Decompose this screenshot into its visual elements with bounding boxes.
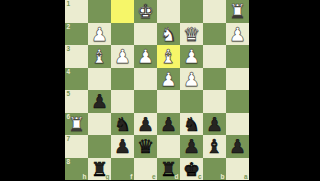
rank-label-4: 4	[67, 68, 71, 76]
square-c1[interactable]	[180, 0, 203, 23]
file-label-b: b	[221, 173, 225, 180]
square-g3[interactable]: ♝	[88, 45, 111, 68]
rank-label-5: 5	[67, 90, 71, 98]
square-a6[interactable]	[226, 113, 249, 136]
square-f1[interactable]	[111, 0, 134, 23]
black-rook-d8[interactable]: ♜	[157, 158, 180, 181]
white-pawn-e3[interactable]: ♟	[134, 45, 157, 68]
square-e7[interactable]: ♛	[134, 135, 157, 158]
rank-label-8: 8	[67, 158, 71, 166]
square-f5[interactable]	[111, 90, 134, 113]
square-a1[interactable]: ♜	[226, 0, 249, 23]
square-b6[interactable]: ♟	[203, 113, 226, 136]
black-pawn-f7[interactable]: ♟	[111, 135, 134, 158]
square-a2[interactable]: ♟	[226, 23, 249, 46]
square-a5[interactable]	[226, 90, 249, 113]
white-knight-d2[interactable]: ♞	[157, 23, 180, 46]
letterbox-right	[249, 0, 320, 180]
square-h8[interactable]: 8h	[65, 158, 88, 181]
square-c2[interactable]: ♛	[180, 23, 203, 46]
file-label-a: a	[244, 173, 248, 180]
black-knight-f6[interactable]: ♞	[111, 113, 134, 136]
square-d8[interactable]: d♜	[157, 158, 180, 181]
black-pawn-c7[interactable]: ♟	[180, 135, 203, 158]
square-d4[interactable]: ♟	[157, 68, 180, 91]
square-f4[interactable]	[111, 68, 134, 91]
black-knight-c6[interactable]: ♞	[180, 113, 203, 136]
square-c6[interactable]: ♞	[180, 113, 203, 136]
black-rook-g8[interactable]: ♜	[88, 158, 111, 181]
square-g6[interactable]	[88, 113, 111, 136]
square-c4[interactable]: ♟	[180, 68, 203, 91]
white-pawn-f3[interactable]: ♟	[111, 45, 134, 68]
square-e3[interactable]: ♟	[134, 45, 157, 68]
square-e2[interactable]	[134, 23, 157, 46]
square-d3[interactable]: ♝	[157, 45, 180, 68]
square-e8[interactable]: e	[134, 158, 157, 181]
square-h3[interactable]: 3	[65, 45, 88, 68]
letterbox-left	[0, 0, 65, 180]
file-label-h: h	[83, 173, 87, 180]
square-c7[interactable]: ♟	[180, 135, 203, 158]
white-bishop-g3[interactable]: ♝	[88, 45, 111, 68]
black-pawn-e6[interactable]: ♟	[134, 113, 157, 136]
square-d1[interactable]	[157, 0, 180, 23]
square-c8[interactable]: c♚	[180, 158, 203, 181]
square-h2[interactable]: 2	[65, 23, 88, 46]
square-h1[interactable]: 1	[65, 0, 88, 23]
video-frame: 1♚♜2♟♞♛♟3♝♟♟♝♟4♟♟5♟6♜♞♟♟♞♟7♟♛♟♝♟8hg♜fed♜…	[0, 0, 320, 180]
square-b3[interactable]	[203, 45, 226, 68]
square-g2[interactable]: ♟	[88, 23, 111, 46]
square-b4[interactable]	[203, 68, 226, 91]
square-f6[interactable]: ♞	[111, 113, 134, 136]
white-bishop-d3[interactable]: ♝	[157, 45, 180, 68]
square-d6[interactable]: ♟	[157, 113, 180, 136]
square-f8[interactable]: f	[111, 158, 134, 181]
square-f3[interactable]: ♟	[111, 45, 134, 68]
square-a3[interactable]	[226, 45, 249, 68]
square-e6[interactable]: ♟	[134, 113, 157, 136]
square-b1[interactable]	[203, 0, 226, 23]
white-king-e1[interactable]: ♚	[134, 0, 157, 23]
white-pawn-d4[interactable]: ♟	[157, 68, 180, 91]
square-h6[interactable]: 6♜	[65, 113, 88, 136]
square-a8[interactable]: a	[226, 158, 249, 181]
square-e5[interactable]	[134, 90, 157, 113]
square-c3[interactable]: ♟	[180, 45, 203, 68]
square-h7[interactable]: 7	[65, 135, 88, 158]
square-f2[interactable]	[111, 23, 134, 46]
white-rook-h6[interactable]: ♜	[65, 113, 88, 136]
rank-label-2: 2	[67, 23, 71, 31]
white-pawn-c3[interactable]: ♟	[180, 45, 203, 68]
square-g7[interactable]	[88, 135, 111, 158]
black-bishop-b7[interactable]: ♝	[203, 135, 226, 158]
white-pawn-g2[interactable]: ♟	[88, 23, 111, 46]
square-b7[interactable]: ♝	[203, 135, 226, 158]
square-b5[interactable]	[203, 90, 226, 113]
white-pawn-a2[interactable]: ♟	[226, 23, 249, 46]
square-b2[interactable]	[203, 23, 226, 46]
file-label-e: e	[152, 173, 156, 180]
black-queen-e7[interactable]: ♛	[134, 135, 157, 158]
square-g1[interactable]	[88, 0, 111, 23]
black-pawn-b6[interactable]: ♟	[203, 113, 226, 136]
square-g8[interactable]: g♜	[88, 158, 111, 181]
rank-label-7: 7	[67, 135, 71, 143]
square-h4[interactable]: 4	[65, 68, 88, 91]
square-e1[interactable]: ♚	[134, 0, 157, 23]
black-pawn-d6[interactable]: ♟	[157, 113, 180, 136]
square-a7[interactable]: ♟	[226, 135, 249, 158]
white-pawn-c4[interactable]: ♟	[180, 68, 203, 91]
rank-label-3: 3	[67, 45, 71, 53]
square-f7[interactable]: ♟	[111, 135, 134, 158]
square-g4[interactable]	[88, 68, 111, 91]
square-d2[interactable]: ♞	[157, 23, 180, 46]
square-a4[interactable]	[226, 68, 249, 91]
square-d5[interactable]	[157, 90, 180, 113]
white-queen-c2[interactable]: ♛	[180, 23, 203, 46]
square-h5[interactable]: 5	[65, 90, 88, 113]
square-c5[interactable]	[180, 90, 203, 113]
square-e4[interactable]	[134, 68, 157, 91]
black-pawn-a7[interactable]: ♟	[226, 135, 249, 158]
file-label-f: f	[130, 173, 132, 180]
black-king-c8[interactable]: ♚	[180, 158, 203, 181]
square-b8[interactable]: b	[203, 158, 226, 181]
black-pawn-g5[interactable]: ♟	[88, 90, 111, 113]
square-d7[interactable]	[157, 135, 180, 158]
rank-label-1: 1	[67, 0, 71, 8]
white-rook-a1[interactable]: ♜	[226, 0, 249, 23]
chess-board[interactable]: 1♚♜2♟♞♛♟3♝♟♟♝♟4♟♟5♟6♜♞♟♟♞♟7♟♛♟♝♟8hg♜fed♜…	[65, 0, 249, 180]
square-g5[interactable]: ♟	[88, 90, 111, 113]
